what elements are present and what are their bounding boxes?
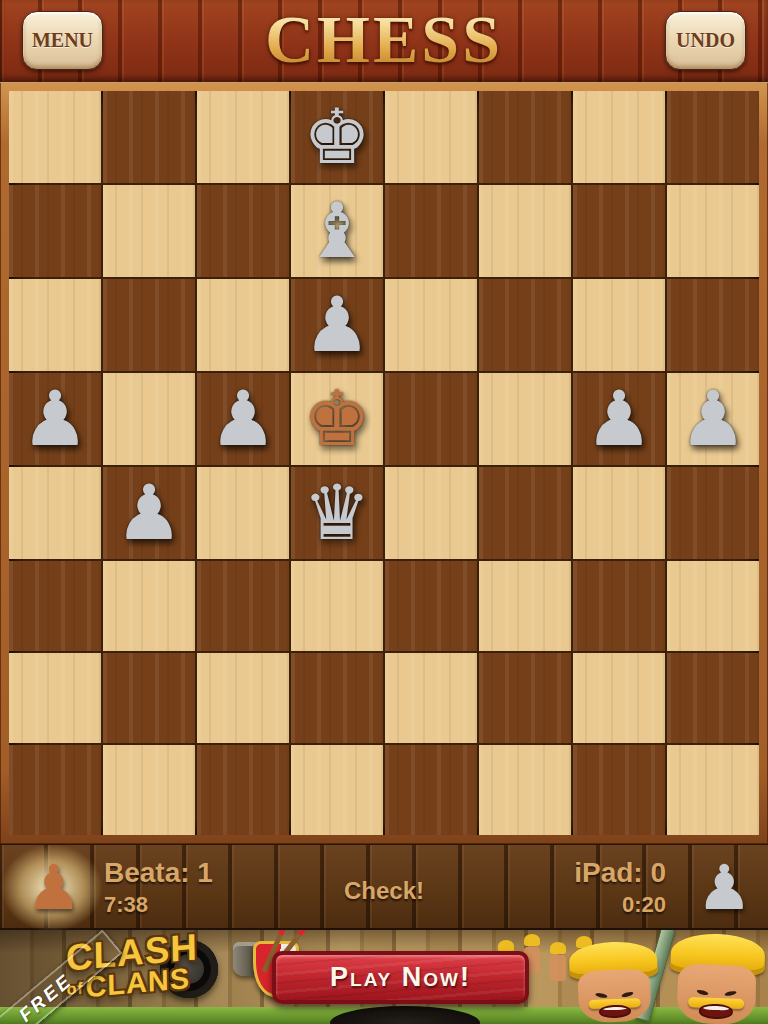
square-h3[interactable] xyxy=(667,561,759,651)
square-d3[interactable] xyxy=(291,561,383,651)
square-a2[interactable] xyxy=(9,653,101,743)
piece-silver-pawn[interactable]: ♟ xyxy=(21,373,89,465)
ad-banner[interactable]: CLASH ofCLANS FREE Play Now! xyxy=(0,930,768,1024)
right-player-score: iPad: 0 xyxy=(574,857,666,889)
square-h2[interactable] xyxy=(667,653,759,743)
square-g5[interactable]: ♟ xyxy=(573,373,665,465)
square-f1[interactable] xyxy=(479,745,571,835)
square-e8[interactable] xyxy=(385,91,477,183)
square-d4[interactable]: ♛ xyxy=(291,467,383,559)
square-d5[interactable]: ♚ xyxy=(291,373,383,465)
square-c5[interactable]: ♟ xyxy=(197,373,289,465)
square-g7[interactable] xyxy=(573,185,665,277)
barbarian-figure xyxy=(565,940,664,1024)
square-f5[interactable] xyxy=(479,373,571,465)
square-e5[interactable] xyxy=(385,373,477,465)
app-screen: MENU CHESS UNDO ♚♝♟♟♟♚♟♟♟♛ ♟ Beata: 1 7:… xyxy=(0,0,768,1024)
square-g6[interactable] xyxy=(573,279,665,371)
chess-board: ♚♝♟♟♟♚♟♟♟♛ xyxy=(9,91,759,835)
square-a4[interactable] xyxy=(9,467,101,559)
board-frame: ♚♝♟♟♟♚♟♟♟♛ xyxy=(0,82,768,844)
square-h4[interactable] xyxy=(667,467,759,559)
square-c7[interactable] xyxy=(197,185,289,277)
square-c1[interactable] xyxy=(197,745,289,835)
square-f4[interactable] xyxy=(479,467,571,559)
square-h6[interactable] xyxy=(667,279,759,371)
square-a8[interactable] xyxy=(9,91,101,183)
square-g3[interactable] xyxy=(573,561,665,651)
square-f2[interactable] xyxy=(479,653,571,743)
square-h1[interactable] xyxy=(667,745,759,835)
square-a7[interactable] xyxy=(9,185,101,277)
square-e3[interactable] xyxy=(385,561,477,651)
square-h5[interactable]: ♟ xyxy=(667,373,759,465)
piece-silver-pawn[interactable]: ♟ xyxy=(303,279,371,371)
square-b5[interactable] xyxy=(103,373,195,465)
square-g8[interactable] xyxy=(573,91,665,183)
header: MENU CHESS UNDO xyxy=(0,0,768,82)
barbarian-figure xyxy=(664,932,768,1024)
square-c2[interactable] xyxy=(197,653,289,743)
square-g2[interactable] xyxy=(573,653,665,743)
square-c4[interactable] xyxy=(197,467,289,559)
piece-silver-pawn[interactable]: ♟ xyxy=(679,373,747,465)
square-e2[interactable] xyxy=(385,653,477,743)
piece-silver-king[interactable]: ♚ xyxy=(303,91,371,183)
play-now-button[interactable]: Play Now! xyxy=(272,951,529,1004)
right-player-clock: 0:20 xyxy=(574,892,666,918)
square-b4[interactable]: ♟ xyxy=(103,467,195,559)
square-b1[interactable] xyxy=(103,745,195,835)
status-bar: ♟ Beata: 1 7:38 Check! iPad: 0 0:20 ♟ xyxy=(0,844,768,930)
square-f3[interactable] xyxy=(479,561,571,651)
square-e6[interactable] xyxy=(385,279,477,371)
square-c3[interactable] xyxy=(197,561,289,651)
square-e4[interactable] xyxy=(385,467,477,559)
undo-button[interactable]: UNDO xyxy=(665,11,746,70)
square-g1[interactable] xyxy=(573,745,665,835)
square-d7[interactable]: ♝ xyxy=(291,185,383,277)
square-a1[interactable] xyxy=(9,745,101,835)
square-h8[interactable] xyxy=(667,91,759,183)
square-b8[interactable] xyxy=(103,91,195,183)
square-d2[interactable] xyxy=(291,653,383,743)
square-a3[interactable] xyxy=(9,561,101,651)
square-f6[interactable] xyxy=(479,279,571,371)
square-b6[interactable] xyxy=(103,279,195,371)
square-h7[interactable] xyxy=(667,185,759,277)
square-e7[interactable] xyxy=(385,185,477,277)
square-f8[interactable] xyxy=(479,91,571,183)
square-c6[interactable] xyxy=(197,279,289,371)
piece-copper-king[interactable]: ♚ xyxy=(303,373,371,465)
square-a6[interactable] xyxy=(9,279,101,371)
square-e1[interactable] xyxy=(385,745,477,835)
piece-silver-queen[interactable]: ♛ xyxy=(303,467,371,559)
square-a5[interactable]: ♟ xyxy=(9,373,101,465)
square-f7[interactable] xyxy=(479,185,571,277)
square-b3[interactable] xyxy=(103,561,195,651)
square-g4[interactable] xyxy=(573,467,665,559)
square-d1[interactable] xyxy=(291,745,383,835)
square-b2[interactable] xyxy=(103,653,195,743)
square-d6[interactable]: ♟ xyxy=(291,279,383,371)
piece-silver-pawn[interactable]: ♟ xyxy=(209,373,277,465)
square-c8[interactable] xyxy=(197,91,289,183)
piece-silver-bishop[interactable]: ♝ xyxy=(303,185,371,277)
piece-silver-pawn[interactable]: ♟ xyxy=(585,373,653,465)
piece-silver-pawn[interactable]: ♟ xyxy=(115,467,183,559)
app-title: CHESS xyxy=(0,0,768,79)
silver-pawn-icon: ♟ xyxy=(696,845,752,931)
square-b7[interactable] xyxy=(103,185,195,277)
square-d8[interactable]: ♚ xyxy=(291,91,383,183)
